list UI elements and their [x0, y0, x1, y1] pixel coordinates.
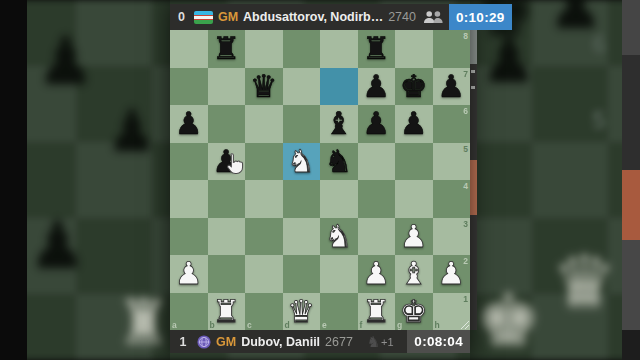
square-e3[interactable]: ♞ — [320, 218, 358, 256]
square-d3[interactable] — [283, 218, 321, 256]
square-f1[interactable]: f♜ — [358, 293, 396, 331]
material-advantage: ♞ +1 — [367, 334, 394, 349]
white-king-g1: ♚ — [395, 293, 433, 331]
scrollbar-segment — [622, 0, 640, 55]
bottom-player-rating: 2677 — [325, 335, 353, 349]
background-rank-numeral-6: 6 — [592, 30, 606, 59]
file-label-e: e — [322, 321, 327, 330]
file-label-a: a — [172, 321, 177, 330]
square-g1[interactable]: g♚ — [395, 293, 433, 331]
square-f4[interactable] — [358, 180, 396, 218]
square-d1[interactable]: d♛ — [283, 293, 321, 331]
square-d7[interactable] — [283, 68, 321, 106]
square-d6[interactable] — [283, 105, 321, 143]
square-g2[interactable]: ♝ — [395, 255, 433, 293]
square-c3[interactable] — [245, 218, 283, 256]
square-h5[interactable]: 5 — [433, 143, 471, 181]
square-e2[interactable] — [320, 255, 358, 293]
square-h6[interactable]: 6 — [433, 105, 471, 143]
white-queen-d1: ♛ — [283, 293, 321, 331]
square-b1[interactable]: b♜ — [208, 293, 246, 331]
spectators-icon — [423, 10, 444, 24]
square-g5[interactable] — [395, 143, 433, 181]
rank-label-3: 3 — [463, 220, 468, 229]
stream-scrollbar-inner — [470, 30, 477, 330]
square-f6[interactable]: ♟ — [358, 105, 396, 143]
broadcast-frame: ♟♟♟♚♟♟♚♛♜65 0 GM Abdusattorov, Nodirb… 2… — [0, 0, 640, 360]
bottom-player-bar: 1 GM Dubov, Daniil 2677 ♞ +1 0:08:04 — [170, 330, 470, 353]
square-g4[interactable] — [395, 180, 433, 218]
square-e4[interactable] — [320, 180, 358, 218]
square-g6[interactable]: ♟ — [395, 105, 433, 143]
square-h7[interactable]: 7♟ — [433, 68, 471, 106]
square-c7[interactable]: ♛ — [245, 68, 283, 106]
square-e7[interactable] — [320, 68, 358, 106]
square-a1[interactable]: a — [170, 293, 208, 331]
square-b8[interactable]: ♜ — [208, 30, 246, 68]
rank-label-1: 1 — [463, 295, 468, 304]
square-g8[interactable] — [395, 30, 433, 68]
black-pawn-h7: ♟ — [433, 68, 471, 106]
square-h3[interactable]: 3 — [433, 218, 471, 256]
white-pawn-a2: ♟ — [170, 255, 208, 293]
square-d2[interactable] — [283, 255, 321, 293]
square-f2[interactable]: ♟ — [358, 255, 396, 293]
top-player-title: GM — [218, 10, 238, 24]
square-c1[interactable]: c — [245, 293, 283, 331]
white-rook-b1: ♜ — [208, 293, 246, 331]
square-e5[interactable]: ♞ — [320, 143, 358, 181]
captured-knight-icon: ♞ — [367, 334, 380, 349]
chess-board: ♜♜8♛♟♚7♟♟♝♟♟6♟♞♞54♞♟3♟♟♝2♟ab♜cd♛ef♜g♚1h — [170, 30, 470, 330]
scrollbar-thumb — [470, 30, 477, 64]
uzbekistan-flag-icon — [194, 11, 213, 24]
square-b4[interactable] — [208, 180, 246, 218]
square-f7[interactable]: ♟ — [358, 68, 396, 106]
white-knight-d5: ♞ — [283, 143, 321, 181]
background-rank-numeral-5: 5 — [592, 106, 606, 135]
square-a7[interactable] — [170, 68, 208, 106]
file-label-h: h — [435, 321, 440, 330]
fide-flag-icon — [197, 335, 211, 349]
square-c2[interactable] — [245, 255, 283, 293]
bottom-player-score: 1 — [178, 335, 188, 349]
scrollbar-segment — [622, 240, 640, 330]
background-black-pawn: ♟ — [36, 28, 95, 94]
black-rook-b8: ♜ — [208, 30, 246, 68]
background-black-pawn: ♟ — [106, 102, 158, 160]
top-player-rating: 2740 — [388, 10, 416, 24]
square-c6[interactable] — [245, 105, 283, 143]
square-e6[interactable]: ♝ — [320, 105, 358, 143]
white-rook-f1: ♜ — [358, 293, 396, 331]
square-a4[interactable] — [170, 180, 208, 218]
square-c4[interactable] — [245, 180, 283, 218]
rank-label-4: 4 — [463, 182, 468, 191]
background-black-pawn: ♟ — [480, 28, 537, 92]
square-h4[interactable]: 4 — [433, 180, 471, 218]
background-white-rook: ♜ — [116, 292, 172, 354]
background-white-king: ♚ — [476, 284, 541, 356]
white-knight-e3: ♞ — [320, 218, 358, 256]
background-left-edge — [0, 0, 27, 360]
square-g3[interactable]: ♟ — [395, 218, 433, 256]
top-player-bar: 0 GM Abdusattorov, Nodirb… 2740 0:10:29 — [170, 4, 470, 30]
top-player-score: 0 — [178, 10, 185, 24]
square-e8[interactable] — [320, 30, 358, 68]
square-d4[interactable] — [283, 180, 321, 218]
black-king-g7: ♚ — [395, 68, 433, 106]
bottom-player-clock: 0:08:04 — [407, 330, 470, 353]
square-h8[interactable]: 8 — [433, 30, 471, 68]
white-pawn-g3: ♟ — [395, 218, 433, 256]
square-b2[interactable] — [208, 255, 246, 293]
square-g7[interactable]: ♚ — [395, 68, 433, 106]
rank-label-8: 8 — [463, 32, 468, 41]
rank-label-6: 6 — [463, 107, 468, 116]
square-d8[interactable] — [283, 30, 321, 68]
bottom-player-title: GM — [216, 335, 236, 349]
top-player-clock: 0:10:29 — [449, 4, 512, 30]
scrollbar-orange-segment — [470, 160, 477, 215]
black-pawn-f6: ♟ — [358, 105, 396, 143]
square-b7[interactable] — [208, 68, 246, 106]
hand-cursor-icon — [224, 152, 245, 176]
top-player-name: Abdusattorov, Nodirb… — [243, 10, 383, 24]
material-advantage-value: +1 — [381, 336, 394, 348]
square-b3[interactable] — [208, 218, 246, 256]
white-pawn-f2: ♟ — [358, 255, 396, 293]
square-f8[interactable]: ♜ — [358, 30, 396, 68]
black-queen-c7: ♛ — [245, 68, 283, 106]
scrollbar-dot — [471, 70, 475, 73]
black-pawn-g6: ♟ — [395, 105, 433, 143]
white-pawn-h2: ♟ — [433, 255, 471, 293]
scrollbar-segment — [622, 330, 640, 360]
black-knight-e5: ♞ — [320, 143, 358, 181]
square-b6[interactable] — [208, 105, 246, 143]
square-f3[interactable] — [358, 218, 396, 256]
background-black-pawn: ♟ — [28, 212, 87, 278]
board-resize-handle[interactable] — [461, 321, 469, 329]
scrollbar-orange-segment — [622, 170, 640, 240]
black-pawn-a6: ♟ — [170, 105, 208, 143]
white-bishop-g2: ♝ — [395, 255, 433, 293]
square-f5[interactable] — [358, 143, 396, 181]
bottom-player-name: Dubov, Daniil — [241, 335, 320, 349]
square-a6[interactable]: ♟ — [170, 105, 208, 143]
square-c5[interactable] — [245, 143, 283, 181]
game-panel: 0 GM Abdusattorov, Nodirb… 2740 0:10:29 … — [170, 0, 470, 360]
black-pawn-f7: ♟ — [358, 68, 396, 106]
square-h1[interactable]: 1h — [433, 293, 471, 331]
square-a8[interactable] — [170, 30, 208, 68]
black-rook-f8: ♜ — [358, 30, 396, 68]
square-a5[interactable] — [170, 143, 208, 181]
square-d5[interactable]: ♞ — [283, 143, 321, 181]
square-h2[interactable]: 2♟ — [433, 255, 471, 293]
square-c8[interactable] — [245, 30, 283, 68]
stream-scrollbar-outer — [622, 0, 640, 360]
square-a2[interactable]: ♟ — [170, 255, 208, 293]
file-label-c: c — [247, 321, 252, 330]
square-e1[interactable]: e — [320, 293, 358, 331]
black-bishop-e6: ♝ — [320, 105, 358, 143]
rank-label-5: 5 — [463, 145, 468, 154]
background-white-queen: ♛ — [552, 246, 617, 318]
scrollbar-dot — [471, 86, 475, 89]
square-a3[interactable] — [170, 218, 208, 256]
